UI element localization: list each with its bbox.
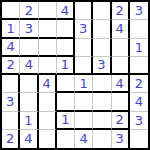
cell-r8c6[interactable] [93,130,111,148]
cell-r4c2: 4 [20,57,38,75]
puzzle-board: 2423133441241341423411232443 [0,0,150,150]
cell-r4c5[interactable] [75,57,93,75]
cell-r3c3[interactable] [39,39,57,57]
cell-r2c5: 3 [75,20,93,38]
cell-r3c5[interactable] [75,39,93,57]
cell-r7c6[interactable] [93,112,111,130]
cell-r5c6[interactable] [93,75,111,93]
cell-r3c7[interactable] [112,39,130,57]
cell-r3c8: 1 [130,39,148,57]
cell-r5c2[interactable] [20,75,38,93]
cell-r4c4: 1 [57,57,75,75]
cell-r5c3: 4 [39,75,57,93]
cell-r1c5[interactable] [75,2,93,20]
cell-r2c4[interactable] [57,20,75,38]
cell-r7c5[interactable] [75,112,93,130]
cell-r2c2: 3 [20,20,38,38]
cell-r8c1: 2 [2,130,20,148]
cell-r8c8[interactable] [130,130,148,148]
cell-r6c8: 4 [130,93,148,111]
cell-r6c7[interactable] [112,93,130,111]
cell-r2c6[interactable] [93,20,111,38]
cell-r6c3[interactable] [39,93,57,111]
cell-r8c2: 4 [20,130,38,148]
cell-r5c8: 2 [130,75,148,93]
cell-r1c7: 2 [112,2,130,20]
cell-r6c1: 3 [2,93,20,111]
cell-r7c2: 1 [20,112,38,130]
cell-r8c4[interactable] [57,130,75,148]
cell-r2c8[interactable] [130,20,148,38]
cell-r6c6[interactable] [93,93,111,111]
cell-r1c4: 4 [57,2,75,20]
cell-r5c1[interactable] [2,75,20,93]
cell-r6c4[interactable] [57,93,75,111]
cell-r2c1: 1 [2,20,20,38]
cell-r7c4: 1 [57,112,75,130]
cell-r6c2[interactable] [20,93,38,111]
cell-r4c1: 2 [2,57,20,75]
cell-r1c6[interactable] [93,2,111,20]
cell-r5c7: 4 [112,75,130,93]
cell-r8c5: 4 [75,130,93,148]
cell-r1c3[interactable] [39,2,57,20]
cell-r3c4[interactable] [57,39,75,57]
cell-r3c2[interactable] [20,39,38,57]
cell-r4c7[interactable] [112,57,130,75]
cell-r4c8[interactable] [130,57,148,75]
cell-r4c6: 3 [93,57,111,75]
cell-r8c3[interactable] [39,130,57,148]
cell-r1c2: 2 [20,2,38,20]
cell-r2c7: 4 [112,20,130,38]
cell-r7c7: 2 [112,112,130,130]
cell-r5c5: 1 [75,75,93,93]
cell-r6c5[interactable] [75,93,93,111]
cell-r7c8: 3 [130,112,148,130]
cell-r5c4[interactable] [57,75,75,93]
cell-r7c1[interactable] [2,112,20,130]
cell-r4c3[interactable] [39,57,57,75]
cell-r3c1: 4 [2,39,20,57]
cell-r3c6[interactable] [93,39,111,57]
cell-r7c3[interactable] [39,112,57,130]
cell-r1c1[interactable] [2,2,20,20]
cell-r8c7: 3 [112,130,130,148]
cell-r1c8: 3 [130,2,148,20]
cell-r2c3[interactable] [39,20,57,38]
